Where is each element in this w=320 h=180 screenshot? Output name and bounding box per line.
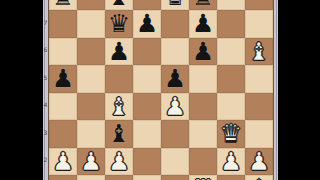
square-c2[interactable]: ♟ [105,148,133,176]
square-g8[interactable] [217,0,245,10]
white-pawn-h2[interactable]: ♟ [245,148,273,176]
rank-label-3: 3 [43,129,48,137]
square-f7[interactable]: ♟ [189,10,217,38]
rank-label-6: 6 [43,46,48,54]
square-b8[interactable] [77,0,105,10]
square-h4[interactable] [245,93,273,121]
square-f5[interactable] [189,65,217,93]
white-queen-g3[interactable]: ♛ [217,120,245,148]
square-a6[interactable] [49,38,77,66]
square-c3[interactable]: ♝ [105,120,133,148]
square-h7[interactable] [245,10,273,38]
black-pawn-a5[interactable]: ♟ [49,65,77,93]
black-pawn-e5[interactable]: ♟ [161,65,189,93]
square-e1[interactable] [161,175,189,180]
square-c1[interactable] [105,175,133,180]
square-a4[interactable] [49,93,77,121]
square-d7[interactable]: ♟ [133,10,161,38]
square-h6[interactable]: ♝ [245,38,273,66]
square-d4[interactable] [133,93,161,121]
rank-label-2: 2 [43,156,48,164]
square-b1[interactable] [77,175,105,180]
black-pawn-c6[interactable]: ♟ [105,38,133,66]
black-rook-a8[interactable]: ♜ [49,0,77,10]
white-pawn-e4[interactable]: ♟ [161,93,189,121]
white-rook-f1[interactable]: ♜ [189,175,217,180]
square-f1[interactable]: ♜ [189,175,217,180]
square-c7[interactable]: ♛ [105,10,133,38]
square-c6[interactable]: ♟ [105,38,133,66]
square-b2[interactable]: ♟ [77,148,105,176]
rank-label-7: 7 [43,19,48,27]
square-d6[interactable] [133,38,161,66]
square-h3[interactable] [245,120,273,148]
square-b6[interactable] [77,38,105,66]
square-f3[interactable] [189,120,217,148]
square-a8[interactable]: ♜ [49,0,77,10]
square-d5[interactable] [133,65,161,93]
white-bishop-h6[interactable]: ♝ [245,38,273,66]
square-g3[interactable]: ♛ [217,120,245,148]
square-a2[interactable]: ♟ [49,148,77,176]
white-pawn-b2[interactable]: ♟ [77,148,105,176]
square-e4[interactable]: ♟ [161,93,189,121]
square-c4[interactable]: ♝ [105,93,133,121]
square-f6[interactable]: ♟ [189,38,217,66]
square-b7[interactable] [77,10,105,38]
square-e5[interactable]: ♟ [161,65,189,93]
black-queen-c7[interactable]: ♛ [105,10,133,38]
black-pawn-f6[interactable]: ♟ [189,38,217,66]
square-d2[interactable] [133,148,161,176]
square-b5[interactable] [77,65,105,93]
square-g2[interactable]: ♟ [217,148,245,176]
square-d1[interactable] [133,175,161,180]
square-f4[interactable] [189,93,217,121]
square-h2[interactable]: ♟ [245,148,273,176]
square-e8[interactable]: ♚ [161,0,189,10]
square-a7[interactable] [49,10,77,38]
square-h1[interactable]: ♚ [245,175,273,180]
square-c5[interactable] [105,65,133,93]
square-g5[interactable] [217,65,245,93]
square-a5[interactable]: ♟ [49,65,77,93]
white-bishop-c4[interactable]: ♝ [105,93,133,121]
black-pawn-f7[interactable]: ♟ [189,10,217,38]
square-e2[interactable] [161,148,189,176]
square-g4[interactable] [217,93,245,121]
black-bishop-c3[interactable]: ♝ [105,120,133,148]
square-b3[interactable] [77,120,105,148]
white-king-h1[interactable]: ♚ [245,175,273,180]
white-pawn-g2[interactable]: ♟ [217,148,245,176]
square-a3[interactable] [49,120,77,148]
chess-board: ♜♝♚♜♛♟♟♟♟♝♟♟♝♟♝♛♟♟♟♟♟♜♚ [48,0,274,180]
white-pawn-a2[interactable]: ♟ [49,148,77,176]
square-h8[interactable] [245,0,273,10]
black-king-e8[interactable]: ♚ [161,0,189,10]
square-g6[interactable] [217,38,245,66]
white-pawn-c2[interactable]: ♟ [105,148,133,176]
rank-label-5: 5 [43,74,48,82]
square-g7[interactable] [217,10,245,38]
square-d3[interactable] [133,120,161,148]
square-b4[interactable] [77,93,105,121]
square-h5[interactable] [245,65,273,93]
rank-label-4: 4 [43,101,48,109]
square-a1[interactable] [49,175,77,180]
square-g1[interactable] [217,175,245,180]
square-f2[interactable] [189,148,217,176]
square-e6[interactable] [161,38,189,66]
square-e7[interactable] [161,10,189,38]
black-pawn-d7[interactable]: ♟ [133,10,161,38]
square-e3[interactable] [161,120,189,148]
